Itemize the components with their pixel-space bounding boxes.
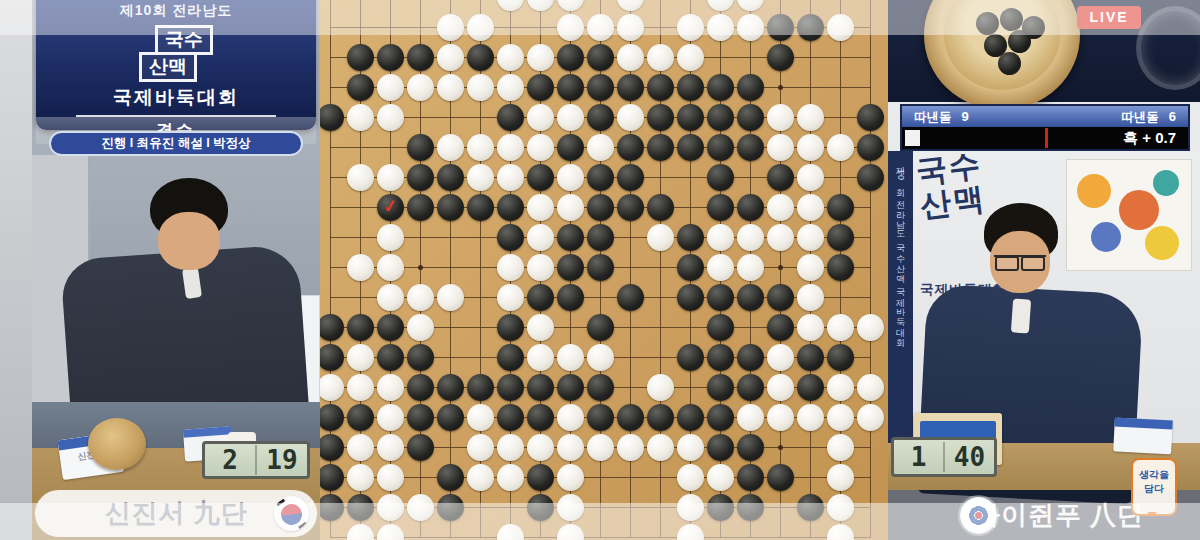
white-stone	[797, 314, 824, 341]
eval-center-tick	[1045, 128, 1048, 148]
white-stone	[647, 44, 674, 71]
white-stone	[527, 194, 554, 221]
white-stone	[767, 134, 794, 161]
black-stone	[827, 344, 854, 371]
sticker-line2: 담다	[1133, 482, 1175, 496]
white-stone	[707, 464, 734, 491]
captured-stone	[1008, 30, 1031, 53]
chinese-taipei-emblem-icon	[960, 497, 997, 534]
black-stone	[737, 344, 764, 371]
black-stone	[677, 74, 704, 101]
white-stone	[377, 284, 404, 311]
black-stone	[617, 194, 644, 221]
black-stone	[677, 134, 704, 161]
white-stone	[497, 254, 524, 281]
black-stone	[497, 314, 524, 341]
black-stone	[737, 104, 764, 131]
poster-art	[1077, 174, 1111, 208]
black-stone	[617, 164, 644, 191]
black-stone	[407, 44, 434, 71]
go-bowl	[88, 418, 146, 470]
white-stone	[587, 434, 614, 461]
white-stone	[377, 254, 404, 281]
hoshi-point	[778, 85, 783, 90]
white-stone	[677, 464, 704, 491]
white-stone	[857, 404, 884, 431]
white-stone	[347, 464, 374, 491]
white-stone	[707, 14, 734, 41]
artwork-poster	[1066, 159, 1192, 271]
black-stone	[587, 194, 614, 221]
black-stone	[707, 104, 734, 131]
white-stone	[407, 74, 434, 101]
logo-box-guksu: 국수	[155, 25, 213, 55]
white-stone	[827, 134, 854, 161]
black-stone	[557, 44, 584, 71]
black-stone	[677, 284, 704, 311]
black-stone	[707, 74, 734, 101]
black-stone	[497, 194, 524, 221]
white-stone	[707, 224, 734, 251]
black-stone	[347, 494, 374, 521]
black-stone	[557, 134, 584, 161]
white-stone	[737, 224, 764, 251]
poster-art	[1145, 226, 1179, 260]
white-stone	[467, 134, 494, 161]
black-stone	[407, 404, 434, 431]
black-stone	[437, 194, 464, 221]
white-stone	[527, 314, 554, 341]
emblem-center	[975, 512, 982, 519]
black-stone	[767, 464, 794, 491]
black-stone	[407, 134, 434, 161]
white-stone	[497, 284, 524, 311]
white-stone	[797, 404, 824, 431]
white-stone	[557, 404, 584, 431]
white-stone	[497, 134, 524, 161]
black-stone	[437, 404, 464, 431]
white-stone	[527, 104, 554, 131]
white-stone	[467, 464, 494, 491]
black-stone	[617, 404, 644, 431]
black-stone	[647, 74, 674, 101]
black-stone	[497, 104, 524, 131]
black-stone	[527, 164, 554, 191]
black-stone	[497, 404, 524, 431]
black-stone	[407, 164, 434, 191]
black-stone	[497, 374, 524, 401]
white-stone	[797, 104, 824, 131]
black-stone	[797, 344, 824, 371]
black-stone	[707, 434, 734, 461]
right-player-video: LIVE 따낸돌9 따낸돌6 흑 + 0.7 제10회 전라남도 국수산맥 국제…	[888, 0, 1200, 540]
white-stone	[347, 344, 374, 371]
white-stone	[797, 134, 824, 161]
tournament-edition: 제10회 전라남도	[36, 2, 316, 20]
black-stone	[347, 44, 374, 71]
black-stone	[737, 464, 764, 491]
white-stone	[797, 254, 824, 281]
black-captures: 따낸돌9	[914, 106, 969, 127]
white-stone	[527, 344, 554, 371]
white-stone	[737, 404, 764, 431]
black-stone	[677, 224, 704, 251]
glasses-icon	[994, 255, 1046, 267]
white-stone	[377, 434, 404, 461]
white-stone	[467, 434, 494, 461]
black-stone	[827, 224, 854, 251]
black-stone	[707, 314, 734, 341]
hoshi-point	[418, 265, 423, 270]
black-stone	[407, 194, 434, 221]
captures-row: 따낸돌9 따낸돌6	[902, 106, 1188, 127]
black-stone	[437, 464, 464, 491]
black-stone	[677, 344, 704, 371]
white-stone	[527, 44, 554, 71]
black-stone	[707, 134, 734, 161]
flag-taegeuk	[279, 502, 304, 527]
hoshi-point	[778, 445, 783, 450]
eval-text: 흑 + 0.7	[1123, 127, 1176, 149]
black-captures-label: 따낸돌	[914, 110, 952, 124]
white-stone	[677, 434, 704, 461]
black-stone	[587, 164, 614, 191]
black-stone	[587, 254, 614, 281]
black-stone	[527, 494, 554, 521]
right-player-shirt	[1011, 298, 1031, 333]
white-stone	[497, 464, 524, 491]
white-stone	[467, 74, 494, 101]
white-stone	[587, 344, 614, 371]
black-stone	[557, 254, 584, 281]
white-stone	[767, 224, 794, 251]
black-stone	[707, 404, 734, 431]
black-stone	[497, 344, 524, 371]
white-stone	[557, 14, 584, 41]
black-stone	[767, 314, 794, 341]
white-stone	[587, 134, 614, 161]
white-stone	[767, 344, 794, 371]
black-stone	[437, 374, 464, 401]
black-stone	[437, 164, 464, 191]
white-stone	[497, 44, 524, 71]
black-stone	[767, 14, 794, 41]
black-stone	[767, 284, 794, 311]
white-stone	[377, 374, 404, 401]
black-stone	[587, 74, 614, 101]
black-stone	[707, 494, 734, 521]
black-stone	[557, 74, 584, 101]
black-stone	[707, 284, 734, 311]
left-clock-minutes: 2	[205, 445, 257, 475]
left-clock-seconds: 19	[257, 445, 307, 475]
white-stone	[857, 374, 884, 401]
white-stone	[467, 14, 494, 41]
black-stone	[587, 104, 614, 131]
white-stone	[347, 254, 374, 281]
black-stone-marked: ✓	[377, 194, 404, 221]
black-stone	[677, 104, 704, 131]
white-stone	[557, 494, 584, 521]
black-stone	[527, 74, 554, 101]
white-stone	[827, 314, 854, 341]
captured-stone	[976, 12, 999, 35]
white-stone	[557, 104, 584, 131]
white-stone	[617, 434, 644, 461]
black-stone	[377, 44, 404, 71]
white-stone	[797, 194, 824, 221]
black-stone	[707, 344, 734, 371]
black-stone	[827, 194, 854, 221]
broadcast-frame: 국제바둑대회 신진서 제10회 전라남도 국수 산맥 국제바둑대회 결승 진행 …	[0, 0, 1200, 540]
black-stone	[347, 74, 374, 101]
black-stone	[797, 494, 824, 521]
white-stone	[647, 434, 674, 461]
white-stone	[827, 494, 854, 521]
white-stone	[347, 374, 374, 401]
black-stone	[677, 404, 704, 431]
black-stone	[737, 284, 764, 311]
white-stone	[767, 194, 794, 221]
black-stone	[557, 284, 584, 311]
white-stone	[497, 74, 524, 101]
black-stone	[587, 314, 614, 341]
black-stone	[857, 104, 884, 131]
black-stone	[527, 464, 554, 491]
last-move-check-marker: ✓	[375, 192, 405, 222]
sticker-line1: 생각을	[1133, 468, 1175, 482]
white-stone	[527, 434, 554, 461]
black-stone	[737, 494, 764, 521]
score-panel: 따낸돌9 따낸돌6 흑 + 0.7	[900, 104, 1190, 151]
black-stone	[587, 224, 614, 251]
black-stone	[467, 194, 494, 221]
black-stone	[737, 374, 764, 401]
black-stone	[467, 44, 494, 71]
white-stone	[437, 284, 464, 311]
white-stone	[677, 44, 704, 71]
black-stone	[557, 374, 584, 401]
white-stone	[557, 434, 584, 461]
white-stone	[407, 494, 434, 521]
black-stone	[437, 494, 464, 521]
black-stone	[467, 374, 494, 401]
white-stone	[377, 74, 404, 101]
white-captures: 따낸돌6	[1121, 106, 1176, 127]
white-stone	[797, 164, 824, 191]
right-name-plate-header	[1114, 418, 1172, 430]
right-clock-seconds: 40	[945, 442, 994, 472]
go-board[interactable]: ✓	[320, 0, 888, 540]
white-stone	[377, 164, 404, 191]
black-stone	[797, 14, 824, 41]
black-captures-value: 9	[962, 109, 969, 124]
poster-calligraphy: 국수산맥	[914, 147, 998, 224]
white-stone	[557, 464, 584, 491]
white-stone	[347, 104, 374, 131]
black-stone	[527, 374, 554, 401]
white-stone	[437, 74, 464, 101]
speech-bubble-sticker: 생각을 담다	[1131, 458, 1177, 516]
black-stone	[707, 164, 734, 191]
white-stone	[557, 194, 584, 221]
white-stone	[647, 374, 674, 401]
white-captures-label: 따낸돌	[1121, 110, 1159, 124]
white-indicator	[905, 130, 920, 146]
white-stone	[797, 284, 824, 311]
black-stone	[737, 194, 764, 221]
black-stone	[707, 194, 734, 221]
white-stone	[407, 284, 434, 311]
black-stone	[857, 134, 884, 161]
black-stone	[377, 314, 404, 341]
white-stone	[827, 464, 854, 491]
black-stone	[527, 404, 554, 431]
black-stone	[377, 344, 404, 371]
left-player-name-bar: 신진서 九단	[35, 490, 317, 537]
black-stone	[857, 164, 884, 191]
tournament-title-card: 제10회 전라남도 국수 산맥 국제바둑대회 결승	[36, 0, 316, 130]
black-stone	[737, 134, 764, 161]
white-stone	[767, 404, 794, 431]
black-stone	[617, 284, 644, 311]
tournament-name: 국제바둑대회	[36, 85, 316, 111]
white-stone	[677, 14, 704, 41]
white-stone	[467, 164, 494, 191]
white-stone	[617, 104, 644, 131]
black-stone	[587, 374, 614, 401]
white-stone	[827, 404, 854, 431]
white-stone	[617, 44, 644, 71]
black-stone	[737, 434, 764, 461]
white-stone	[407, 314, 434, 341]
left-player-head	[158, 212, 220, 270]
black-stone	[587, 404, 614, 431]
white-stone	[377, 104, 404, 131]
white-stone	[587, 14, 614, 41]
hoshi-point	[778, 265, 783, 270]
white-stone	[497, 434, 524, 461]
white-stone	[677, 494, 704, 521]
eval-bar: 흑 + 0.7	[902, 127, 1188, 149]
white-stone	[557, 344, 584, 371]
black-stone	[407, 374, 434, 401]
black-stone	[647, 134, 674, 161]
watermark-ring	[1136, 6, 1200, 90]
staff-pill: 진행 l 최유진 해설 l 박정상	[49, 131, 303, 156]
white-stone	[557, 164, 584, 191]
black-stone	[407, 434, 434, 461]
black-stone	[827, 254, 854, 281]
tournament-logo: 국수 산맥	[36, 25, 316, 83]
white-stone	[377, 494, 404, 521]
black-stone	[647, 404, 674, 431]
white-stone	[827, 14, 854, 41]
white-captures-value: 6	[1169, 109, 1176, 124]
white-stone	[527, 134, 554, 161]
black-stone	[527, 284, 554, 311]
black-stone	[617, 134, 644, 161]
white-stone	[377, 404, 404, 431]
white-stone	[707, 254, 734, 281]
white-stone	[467, 404, 494, 431]
black-stone	[347, 404, 374, 431]
white-stone	[377, 464, 404, 491]
vertical-banner-text: 제10회 전라남도 국수산맥 국제바둑대회	[895, 159, 907, 342]
black-stone	[797, 374, 824, 401]
south-korea-flag-icon	[274, 496, 309, 531]
white-stone	[827, 374, 854, 401]
live-badge[interactable]: LIVE	[1077, 6, 1141, 29]
black-stone	[737, 74, 764, 101]
black-stone	[557, 224, 584, 251]
logo-box-sanmaek: 산맥	[139, 52, 197, 82]
right-name-plate	[1113, 418, 1173, 455]
captured-stone	[1000, 8, 1023, 31]
black-stone	[347, 314, 374, 341]
table-top	[888, 0, 1200, 102]
white-stone	[797, 224, 824, 251]
white-stone	[617, 14, 644, 41]
black-stone	[497, 224, 524, 251]
white-stone	[857, 314, 884, 341]
white-stone	[737, 254, 764, 281]
black-stone	[767, 44, 794, 71]
white-stone	[437, 14, 464, 41]
white-stone	[527, 224, 554, 251]
black-stone	[647, 104, 674, 131]
left-wall-gutter	[0, 0, 32, 540]
left-player-video: 국제바둑대회 신진서 제10회 전라남도 국수 산맥 국제바둑대회 결승 진행 …	[32, 0, 320, 540]
black-stone	[617, 74, 644, 101]
white-stone	[497, 164, 524, 191]
black-stone	[677, 254, 704, 281]
black-stone	[767, 164, 794, 191]
right-clock-minutes: 1	[894, 442, 945, 472]
black-stone	[707, 374, 734, 401]
black-stone	[407, 344, 434, 371]
white-stone	[437, 134, 464, 161]
white-stone	[737, 14, 764, 41]
white-stone	[767, 374, 794, 401]
white-stone	[767, 104, 794, 131]
white-stone	[827, 434, 854, 461]
poster-art	[1119, 190, 1159, 230]
white-stone	[647, 224, 674, 251]
captured-stone	[998, 52, 1021, 75]
left-player-clock: 2 19	[202, 441, 310, 479]
poster-art	[1153, 170, 1179, 196]
right-player-clock: 1 40	[891, 437, 997, 477]
poster-art	[1091, 222, 1121, 252]
white-stone	[527, 254, 554, 281]
black-stone	[647, 194, 674, 221]
white-stone	[347, 164, 374, 191]
white-stone	[347, 434, 374, 461]
white-stone	[437, 44, 464, 71]
black-stone	[587, 44, 614, 71]
white-stone	[377, 224, 404, 251]
